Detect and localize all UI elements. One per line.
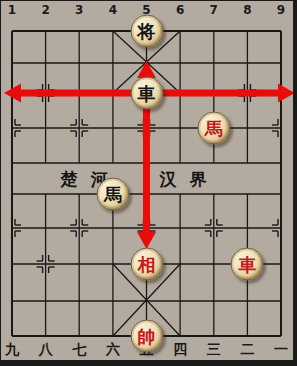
file-label-top-6: 6 bbox=[176, 3, 184, 17]
xiangqi-board: 123456789 九八七六五四三二一 楚河 汉界 将車馬馬相車帥 bbox=[0, 0, 297, 366]
piece-black-horse[interactable]: 馬 bbox=[96, 178, 129, 211]
piece-red-general[interactable]: 帥 bbox=[130, 320, 163, 353]
file-label-top-3: 3 bbox=[75, 3, 83, 17]
piece-black-chariot[interactable]: 車 bbox=[130, 77, 163, 110]
file-label-bottom-1: 九 bbox=[5, 341, 19, 359]
file-label-bottom-7: 三 bbox=[207, 341, 221, 359]
river-label-han-jie: 汉界 bbox=[147, 168, 220, 191]
file-label-bottom-2: 八 bbox=[39, 341, 53, 359]
file-label-bottom-8: 二 bbox=[240, 341, 254, 359]
file-label-top-1: 1 bbox=[8, 3, 16, 17]
file-label-bottom-9: 一 bbox=[274, 341, 288, 359]
piece-red-chariot[interactable]: 車 bbox=[231, 248, 264, 281]
piece-red-elephant[interactable]: 相 bbox=[130, 248, 163, 281]
file-label-top-9: 9 bbox=[277, 3, 285, 17]
file-label-top-7: 7 bbox=[210, 3, 218, 17]
file-label-bottom-3: 七 bbox=[72, 341, 86, 359]
file-label-bottom-6: 四 bbox=[173, 341, 187, 359]
file-label-top-4: 4 bbox=[109, 3, 117, 17]
piece-black-general[interactable]: 将 bbox=[130, 15, 163, 48]
file-label-bottom-4: 六 bbox=[106, 341, 120, 359]
piece-red-horse[interactable]: 馬 bbox=[197, 112, 230, 145]
file-label-top-8: 8 bbox=[243, 3, 251, 17]
file-label-top-2: 2 bbox=[41, 3, 49, 17]
